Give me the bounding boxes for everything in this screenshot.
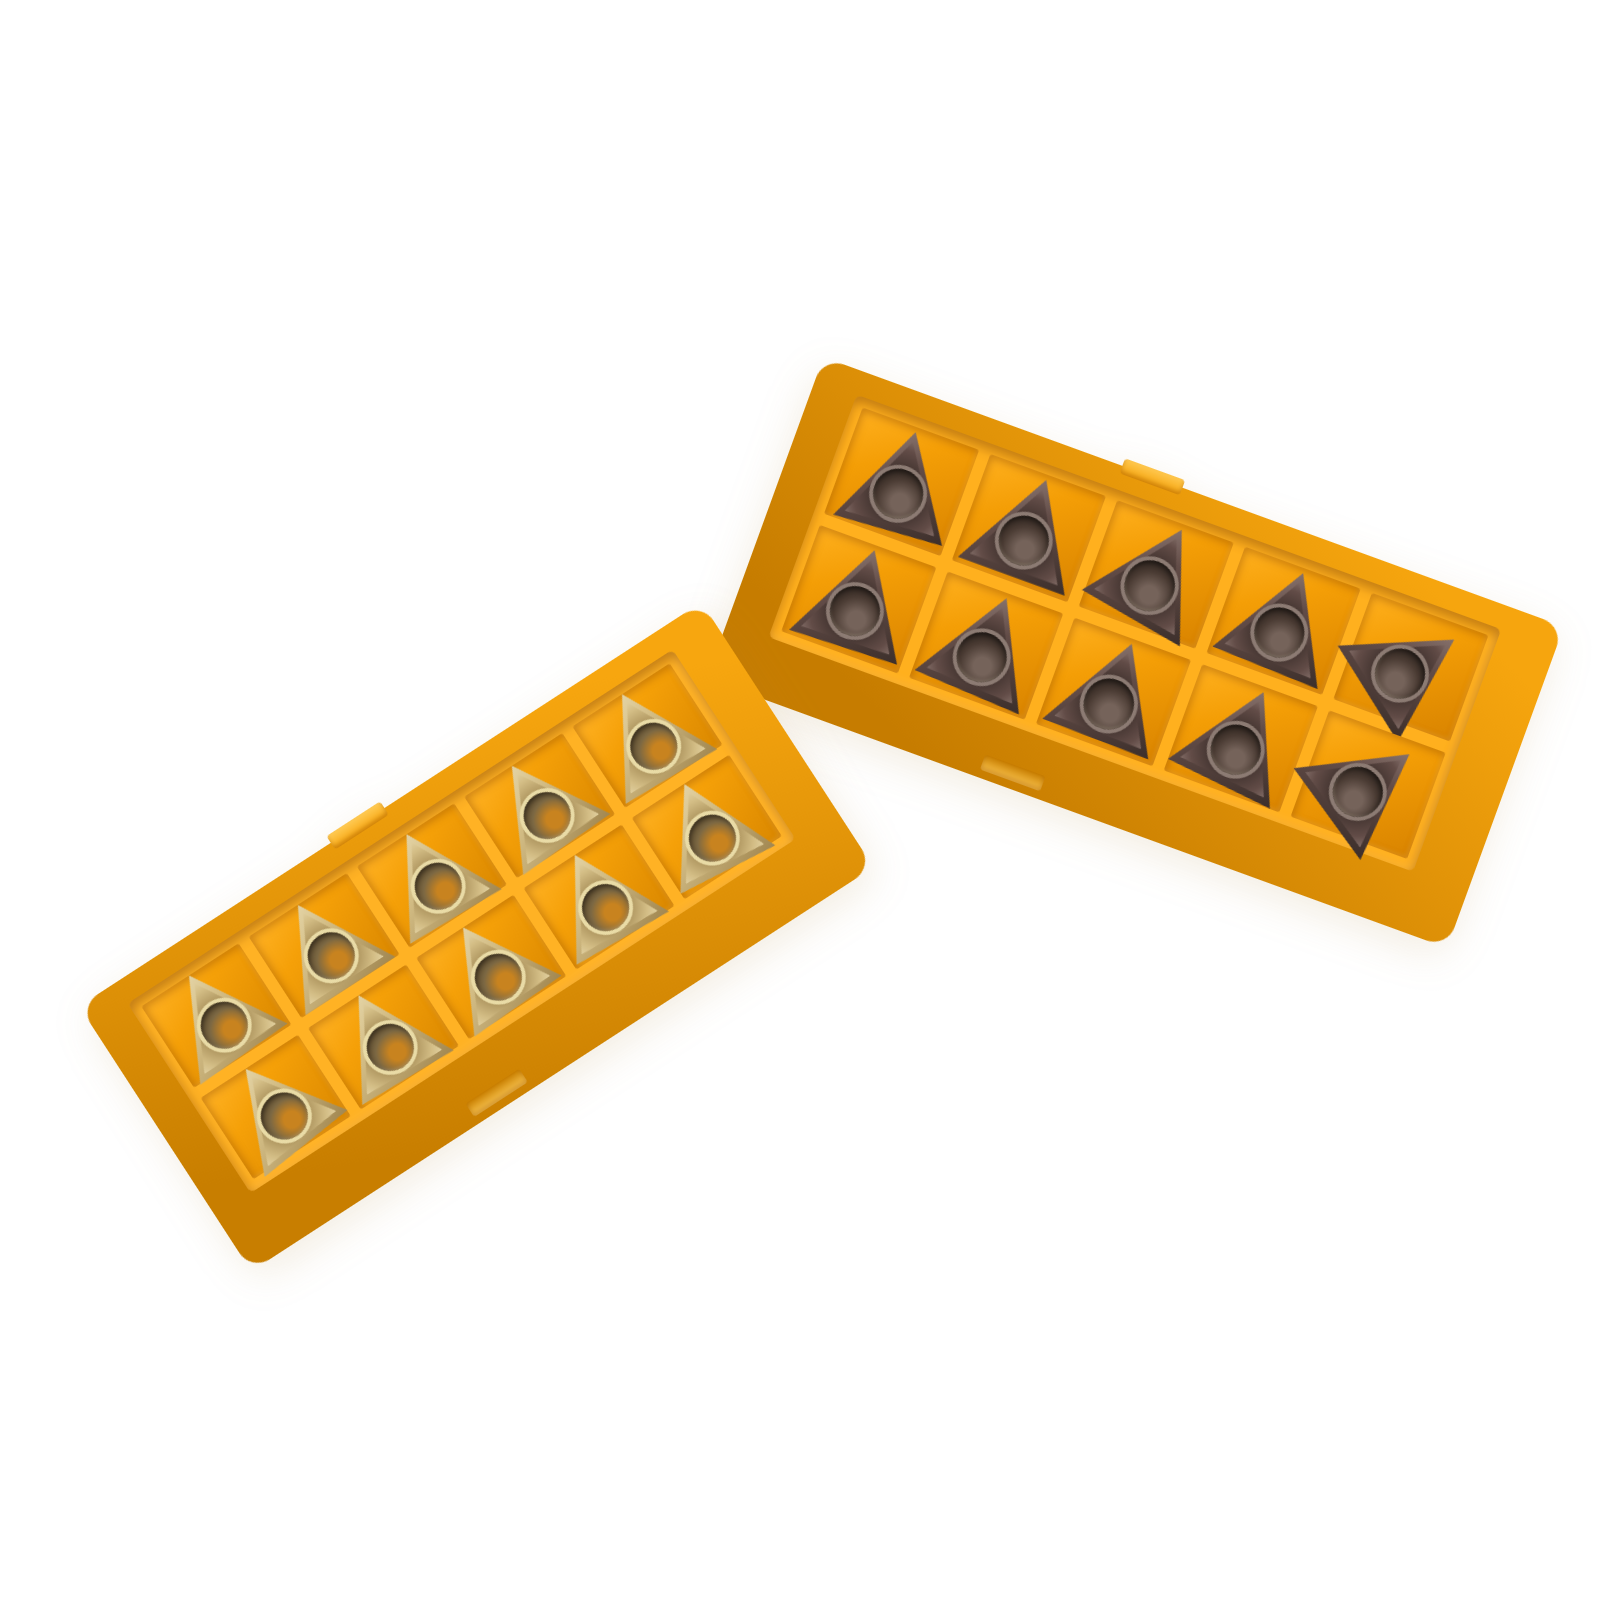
carbide-insert [958,461,1100,596]
carbide-insert [1167,667,1314,809]
tray-pocket [781,525,936,673]
clip-notch [465,1069,527,1117]
tray-pocket [1206,547,1361,695]
tray-pocket [951,454,1106,602]
tray-pocket [824,407,979,555]
carbide-insert [1293,709,1443,861]
carbide-insert [833,417,971,547]
insert-tray-gold [93,613,851,1247]
carbide-insert [1042,624,1185,760]
carbide-insert [914,576,1059,715]
tray-pocket [1291,710,1446,858]
clip-notch [1120,458,1186,495]
tray-pocket [1334,593,1489,741]
clip-notch [980,754,1046,791]
product-photo [0,0,1600,1600]
carbide-insert [1212,552,1356,689]
tray-compartments [127,649,795,1193]
tray-pocket [1079,500,1234,648]
carbide-insert [1081,502,1231,647]
carbide-insert [789,533,929,665]
tray-pocket [909,571,1064,719]
tray-pocket [1163,664,1318,812]
